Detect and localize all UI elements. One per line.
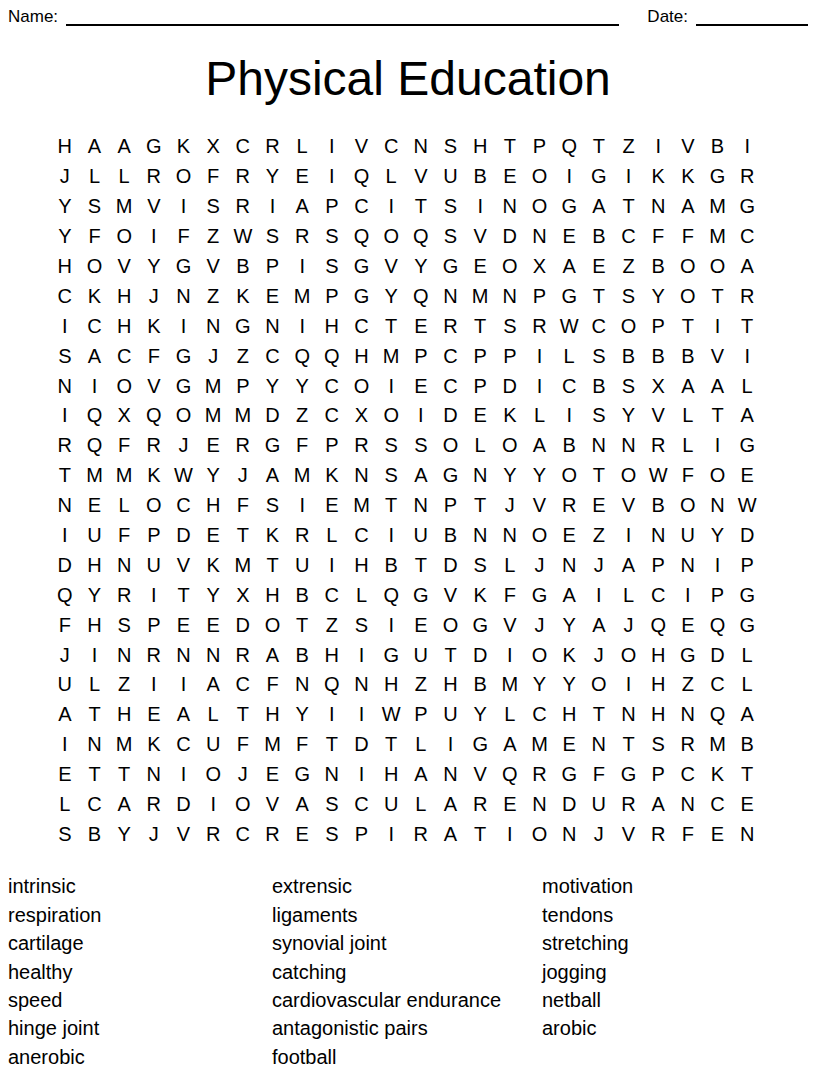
grid-cell: Q [406, 222, 436, 252]
grid-cell: C [317, 371, 347, 401]
grid-cell: E [703, 819, 733, 849]
grid-cell: L [465, 431, 495, 461]
grid-cell: D [732, 521, 762, 551]
grid-cell: V [258, 790, 288, 820]
grid-cell: K [169, 132, 199, 162]
grid-cell: Y [258, 371, 288, 401]
grid-cell: Y [198, 580, 228, 610]
grid-cell: Q [703, 700, 733, 730]
grid-cell: I [258, 192, 288, 222]
grid-cell: X [228, 580, 258, 610]
grid-cell: I [50, 401, 80, 431]
grid-cell: I [376, 371, 406, 401]
grid-cell: H [643, 670, 673, 700]
grid-cell: N [703, 491, 733, 521]
grid-cell: M [347, 491, 377, 521]
grid-cell: H [258, 700, 288, 730]
grid-cell: T [584, 461, 614, 491]
grid-cell: C [436, 371, 466, 401]
grid-cell: G [406, 580, 436, 610]
grid-cell: S [317, 252, 347, 282]
grid-cell: N [673, 550, 703, 580]
grid-cell: L [287, 132, 317, 162]
grid-cell: V [406, 162, 436, 192]
grid-cell: I [287, 252, 317, 282]
grid-cell: R [198, 819, 228, 849]
grid-cell: F [643, 222, 673, 252]
grid-cell: V [643, 401, 673, 431]
word-list-item: intrinsic [8, 872, 272, 900]
grid-cell: I [525, 341, 555, 371]
grid-cell: M [287, 281, 317, 311]
grid-cell: F [109, 521, 139, 551]
grid-cell: N [169, 281, 199, 311]
grid-cell: H [317, 640, 347, 670]
grid-cell: N [406, 491, 436, 521]
grid-cell: N [109, 640, 139, 670]
word-list-column-2: extrensicligamentssynovial jointcatching… [272, 872, 542, 1071]
grid-cell: A [673, 371, 703, 401]
grid-cell: N [495, 281, 525, 311]
grid-cell: H [347, 550, 377, 580]
grid-cell: G [347, 252, 377, 282]
grid-cell: L [80, 670, 110, 700]
grid-cell: G [465, 730, 495, 760]
grid-cell: N [584, 431, 614, 461]
grid-cell: C [554, 371, 584, 401]
word-list-item: netball [542, 986, 816, 1014]
grid-cell: I [317, 700, 347, 730]
grid-cell: H [643, 700, 673, 730]
grid-cell: T [703, 401, 733, 431]
grid-cell: N [198, 640, 228, 670]
grid-cell: I [287, 491, 317, 521]
grid-cell: T [703, 281, 733, 311]
grid-cell: S [376, 431, 406, 461]
grid-cell: I [50, 521, 80, 551]
grid-cell: S [436, 192, 466, 222]
grid-cell: P [317, 192, 347, 222]
grid-cell: J [495, 491, 525, 521]
grid-cell: M [109, 192, 139, 222]
grid-cell: N [347, 670, 377, 700]
grid-cell: B [584, 371, 614, 401]
grid-cell: H [317, 311, 347, 341]
grid-cell: W [228, 222, 258, 252]
grid-cell: I [703, 431, 733, 461]
grid-cell: K [703, 760, 733, 790]
grid-cell: C [109, 341, 139, 371]
grid-cell: T [614, 730, 644, 760]
grid-cell: L [80, 162, 110, 192]
grid-cell: F [673, 819, 703, 849]
grid-cell: T [228, 521, 258, 551]
grid-cell: O [376, 401, 406, 431]
grid-cell: X [347, 401, 377, 431]
grid-cell: H [109, 281, 139, 311]
grid-cell: R [614, 790, 644, 820]
grid-cell: S [436, 222, 466, 252]
grid-cell: C [703, 670, 733, 700]
grid-cell: G [703, 162, 733, 192]
grid-cell: Y [406, 252, 436, 282]
grid-cell: H [376, 670, 406, 700]
grid-cell: Q [139, 401, 169, 431]
grid-cell: K [139, 311, 169, 341]
grid-cell: T [732, 760, 762, 790]
grid-cell: R [139, 162, 169, 192]
grid-cell: Q [317, 670, 347, 700]
grid-cell: J [525, 610, 555, 640]
word-list-item: antagonistic pairs [272, 1014, 542, 1042]
grid-cell: P [465, 341, 495, 371]
grid-cell: I [50, 311, 80, 341]
grid-cell: F [673, 222, 703, 252]
grid-cell: P [465, 371, 495, 401]
grid-cell: B [643, 252, 673, 282]
grid-cell: G [465, 610, 495, 640]
grid-cell: R [258, 819, 288, 849]
grid-cell: V [465, 760, 495, 790]
grid-cell: A [436, 790, 466, 820]
grid-cell: I [376, 610, 406, 640]
grid-cell: L [376, 162, 406, 192]
grid-cell: T [109, 760, 139, 790]
grid-cell: H [109, 311, 139, 341]
grid-cell: Y [109, 819, 139, 849]
grid-cell: N [673, 790, 703, 820]
grid-cell: N [732, 819, 762, 849]
grid-cell: O [673, 491, 703, 521]
grid-cell: Z [198, 281, 228, 311]
worksheet-header: Name: Date: [0, 0, 816, 27]
grid-cell: A [495, 730, 525, 760]
grid-cell: D [495, 371, 525, 401]
grid-cell: Q [643, 610, 673, 640]
grid-cell: I [139, 580, 169, 610]
grid-cell: H [258, 580, 288, 610]
grid-cell: T [614, 192, 644, 222]
grid-cell: M [258, 730, 288, 760]
word-list-item: motivation [542, 872, 816, 900]
grid-cell: S [495, 311, 525, 341]
grid-cell: R [732, 162, 762, 192]
grid-cell: M [525, 730, 555, 760]
grid-cell: C [228, 670, 258, 700]
grid-cell: P [406, 341, 436, 371]
grid-cell: M [465, 281, 495, 311]
grid-cell: B [614, 341, 644, 371]
grid-cell: K [495, 401, 525, 431]
grid-cell: T [465, 819, 495, 849]
grid-cell: K [139, 730, 169, 760]
grid-cell: X [109, 401, 139, 431]
grid-cell: B [80, 819, 110, 849]
grid-cell: O [525, 819, 555, 849]
grid-cell: J [614, 610, 644, 640]
grid-cell: P [732, 550, 762, 580]
grid-cell: O [169, 401, 199, 431]
grid-cell: S [376, 461, 406, 491]
grid-cell: B [643, 491, 673, 521]
grid-cell: O [109, 371, 139, 401]
name-label: Name: [8, 7, 58, 27]
grid-cell: S [465, 550, 495, 580]
grid-cell: A [198, 670, 228, 700]
grid-cell: Q [376, 580, 406, 610]
grid-cell: F [495, 580, 525, 610]
grid-cell: Y [198, 461, 228, 491]
grid-cell: C [643, 580, 673, 610]
grid-cell: F [287, 730, 317, 760]
grid-cell: M [703, 222, 733, 252]
grid-cell: I [317, 132, 347, 162]
grid-cell: G [436, 252, 466, 282]
grid-cell: E [258, 281, 288, 311]
grid-cell: I [80, 640, 110, 670]
grid-cell: T [80, 760, 110, 790]
grid-cell: L [673, 431, 703, 461]
grid-cell: F [228, 491, 258, 521]
grid-cell: E [584, 491, 614, 521]
grid-cell: E [406, 371, 436, 401]
grid-cell: E [198, 521, 228, 551]
grid-cell: J [50, 162, 80, 192]
grid-cell: T [673, 311, 703, 341]
grid-cell: R [139, 640, 169, 670]
grid-cell: O [525, 640, 555, 670]
grid-cell: C [80, 790, 110, 820]
grid-cell: E [287, 819, 317, 849]
grid-cell: E [139, 700, 169, 730]
grid-cell: G [287, 760, 317, 790]
grid-cell: N [406, 132, 436, 162]
grid-cell: F [673, 461, 703, 491]
word-list-item: speed [8, 986, 272, 1014]
grid-cell: D [169, 790, 199, 820]
grid-cell: E [732, 790, 762, 820]
grid-cell: M [198, 371, 228, 401]
grid-cell: L [732, 670, 762, 700]
grid-cell: T [732, 311, 762, 341]
grid-cell: O [614, 640, 644, 670]
grid-cell: E [50, 760, 80, 790]
grid-cell: E [732, 461, 762, 491]
grid-cell: P [436, 491, 466, 521]
grid-cell: A [614, 550, 644, 580]
grid-cell: P [347, 819, 377, 849]
grid-cell: M [287, 461, 317, 491]
word-list-item: football [272, 1043, 542, 1071]
grid-cell: V [614, 819, 644, 849]
grid-cell: B [465, 670, 495, 700]
grid-cell: J [228, 461, 258, 491]
grid-cell: C [614, 222, 644, 252]
grid-cell: O [673, 252, 703, 282]
grid-cell: G [732, 192, 762, 222]
grid-cell: O [228, 790, 258, 820]
grid-cell: P [703, 580, 733, 610]
grid-cell: Z [406, 670, 436, 700]
grid-cell: G [376, 640, 406, 670]
grid-cell: T [465, 311, 495, 341]
word-list-item: arobic [542, 1014, 816, 1042]
grid-cell: Q [287, 341, 317, 371]
grid-cell: I [643, 132, 673, 162]
grid-cell: G [732, 431, 762, 461]
grid-cell: U [584, 790, 614, 820]
grid-cell: Y [139, 252, 169, 282]
grid-cell: Y [287, 700, 317, 730]
grid-cell: A [258, 461, 288, 491]
grid-cell: O [673, 281, 703, 311]
word-list-item: respiration [8, 901, 272, 929]
word-list-item: healthy [8, 958, 272, 986]
grid-cell: R [673, 730, 703, 760]
grid-cell: U [436, 162, 466, 192]
grid-cell: E [495, 790, 525, 820]
grid-cell: B [436, 521, 466, 551]
grid-cell: R [287, 521, 317, 551]
grid-cell: K [198, 550, 228, 580]
grid-cell: D [347, 730, 377, 760]
grid-cell: E [169, 610, 199, 640]
grid-cell: W [732, 491, 762, 521]
word-list-column-1: intrinsicrespirationcartilagehealthyspee… [8, 872, 272, 1071]
grid-cell: Y [525, 670, 555, 700]
grid-cell: A [732, 700, 762, 730]
grid-cell: N [614, 431, 644, 461]
grid-cell: L [109, 162, 139, 192]
grid-cell: T [228, 700, 258, 730]
grid-cell: I [584, 580, 614, 610]
grid-cell: U [673, 521, 703, 551]
grid-cell: J [198, 341, 228, 371]
grid-cell: L [732, 371, 762, 401]
grid-cell: F [109, 431, 139, 461]
grid-cell: H [50, 132, 80, 162]
grid-cell: H [465, 132, 495, 162]
grid-cell: R [643, 819, 673, 849]
grid-cell: K [139, 461, 169, 491]
grid-cell: S [436, 132, 466, 162]
grid-cell: O [258, 610, 288, 640]
grid-cell: Y [554, 610, 584, 640]
grid-cell: F [258, 670, 288, 700]
grid-cell: K [228, 281, 258, 311]
grid-cell: O [703, 252, 733, 282]
grid-cell: H [643, 640, 673, 670]
grid-cell: P [139, 521, 169, 551]
word-list-item: cartilage [8, 929, 272, 957]
grid-cell: W [376, 700, 406, 730]
grid-cell: N [495, 521, 525, 551]
grid-cell: A [554, 252, 584, 282]
grid-cell: O [554, 461, 584, 491]
word-list-item: catching [272, 958, 542, 986]
grid-cell: A [673, 192, 703, 222]
word-list-item: cardiovascular endurance [272, 986, 542, 1014]
grid-cell: N [465, 521, 495, 551]
grid-cell: R [287, 222, 317, 252]
grid-cell: E [554, 222, 584, 252]
grid-cell: I [406, 401, 436, 431]
grid-cell: L [198, 700, 228, 730]
grid-cell: L [406, 790, 436, 820]
grid-cell: T [584, 700, 614, 730]
grid-cell: U [436, 700, 466, 730]
grid-cell: A [50, 700, 80, 730]
grid-cell: J [139, 819, 169, 849]
grid-cell: A [169, 700, 199, 730]
grid-cell: S [317, 790, 347, 820]
grid-cell: E [584, 252, 614, 282]
grid-cell: Q [495, 760, 525, 790]
grid-cell: C [347, 311, 377, 341]
grid-cell: I [347, 640, 377, 670]
grid-cell: V [673, 132, 703, 162]
grid-cell: F [139, 341, 169, 371]
grid-cell: I [139, 670, 169, 700]
grid-cell: L [673, 401, 703, 431]
grid-cell: I [80, 371, 110, 401]
grid-cell: S [109, 610, 139, 640]
grid-cell: G [525, 580, 555, 610]
grid-cell: E [673, 610, 703, 640]
grid-cell: B [287, 640, 317, 670]
grid-cell: A [80, 132, 110, 162]
grid-cell: A [732, 401, 762, 431]
grid-cell: T [406, 192, 436, 222]
grid-cell: Q [554, 132, 584, 162]
grid-cell: G [584, 162, 614, 192]
grid-cell: T [584, 281, 614, 311]
grid-cell: C [169, 491, 199, 521]
grid-cell: J [584, 640, 614, 670]
grid-cell: J [525, 550, 555, 580]
grid-cell: B [376, 550, 406, 580]
grid-cell: C [347, 521, 377, 551]
grid-cell: G [732, 580, 762, 610]
grid-cell: U [80, 521, 110, 551]
grid-cell: V [347, 132, 377, 162]
grid-cell: P [139, 610, 169, 640]
grid-cell: E [198, 610, 228, 640]
grid-cell: R [228, 640, 258, 670]
grid-cell: T [287, 610, 317, 640]
grid-cell: M [109, 730, 139, 760]
grid-cell: F [198, 162, 228, 192]
grid-cell: W [643, 461, 673, 491]
grid-cell: N [50, 371, 80, 401]
grid-cell: R [436, 311, 466, 341]
grid-cell: N [495, 192, 525, 222]
grid-cell: S [50, 341, 80, 371]
word-search-grid: HAAGKXCRLIVCNSHTPQTZIVBIJLLROFRYEIQLVUBE… [50, 132, 762, 849]
grid-cell: I [376, 819, 406, 849]
grid-cell: G [169, 341, 199, 371]
grid-cell: F [50, 610, 80, 640]
grid-cell: A [703, 371, 733, 401]
grid-cell: R [643, 431, 673, 461]
grid-cell: V [436, 580, 466, 610]
grid-cell: H [554, 700, 584, 730]
grid-cell: U [376, 790, 406, 820]
grid-cell: C [584, 311, 614, 341]
grid-cell: R [465, 790, 495, 820]
grid-cell: T [317, 730, 347, 760]
grid-cell: P [525, 132, 555, 162]
